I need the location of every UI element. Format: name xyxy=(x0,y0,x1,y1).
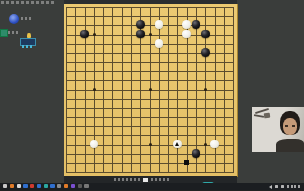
webcam-overlay xyxy=(252,107,304,152)
black-stone xyxy=(136,30,145,39)
toolbar-text xyxy=(151,178,171,181)
tray-expand-icon[interactable] xyxy=(269,185,272,189)
taskbar-icon[interactable] xyxy=(44,184,48,188)
background-art xyxy=(254,114,264,117)
white-stone xyxy=(182,20,191,29)
taskbar-icon[interactable] xyxy=(37,184,41,188)
taskbar-icon[interactable] xyxy=(64,184,68,188)
desktop-icon-label xyxy=(8,31,20,34)
black-stone xyxy=(201,48,210,57)
black-stone xyxy=(192,20,201,29)
board-stones-layer xyxy=(61,2,237,176)
white-stone xyxy=(182,30,191,39)
system-tray xyxy=(269,185,301,189)
white-stone xyxy=(155,20,164,29)
person-eyes xyxy=(285,125,295,127)
white-stone xyxy=(155,39,164,48)
window-title-text xyxy=(1,1,55,4)
desktop-icon-label xyxy=(21,17,31,20)
screen xyxy=(0,0,304,190)
taskbar-icon[interactable] xyxy=(10,184,14,188)
taskbar-icon[interactable] xyxy=(3,184,7,188)
black-stone xyxy=(192,149,201,158)
taskbar-icon[interactable] xyxy=(78,184,82,188)
triangle-marker xyxy=(175,142,179,146)
go-board[interactable] xyxy=(64,4,239,178)
toolbar-text xyxy=(114,178,140,181)
black-stone xyxy=(136,20,145,29)
person-body xyxy=(276,139,304,152)
desktop-icon-green-app[interactable] xyxy=(0,29,8,37)
tray-icon[interactable] xyxy=(275,185,278,188)
taskbar-icon-row xyxy=(3,183,91,189)
desktop-icon-blue-app[interactable] xyxy=(9,14,19,24)
taskbar-icon[interactable] xyxy=(57,184,61,188)
white-stone xyxy=(210,140,219,149)
taskbar-icon[interactable] xyxy=(84,184,88,188)
desktop-icon-label xyxy=(22,45,34,48)
taskbar xyxy=(0,183,304,191)
taskbar-icon[interactable] xyxy=(30,184,34,188)
black-stone xyxy=(80,30,89,39)
tray-clock-text xyxy=(287,185,301,188)
taskbar-icon[interactable] xyxy=(50,184,54,188)
taskbar-icon[interactable] xyxy=(17,184,21,188)
square-marker xyxy=(184,160,189,165)
taskbar-icon[interactable] xyxy=(71,184,75,188)
taskbar-icon[interactable] xyxy=(23,184,27,188)
black-stone xyxy=(201,30,210,39)
background-art xyxy=(264,113,271,119)
toolbar-slider[interactable] xyxy=(143,178,148,182)
tray-icon[interactable] xyxy=(281,185,284,188)
white-stone xyxy=(90,140,99,149)
